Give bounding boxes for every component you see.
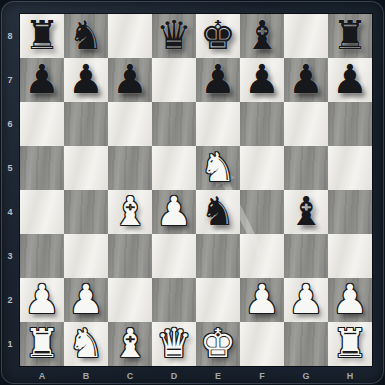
black-queen[interactable]: ♛: [156, 13, 192, 57]
square-f2[interactable]: ♟: [240, 278, 284, 322]
square-b3[interactable]: [64, 234, 108, 278]
square-b8[interactable]: ♞: [64, 14, 108, 58]
square-e4[interactable]: ♞: [196, 190, 240, 234]
square-c5[interactable]: [108, 146, 152, 190]
square-h6[interactable]: [328, 102, 372, 146]
square-e8[interactable]: ♚: [196, 14, 240, 58]
black-knight[interactable]: ♞: [68, 13, 104, 57]
white-king[interactable]: ♚: [200, 321, 236, 365]
square-a2[interactable]: ♟: [20, 278, 64, 322]
white-pawn[interactable]: ♟: [68, 277, 104, 321]
black-pawn[interactable]: ♟: [68, 57, 104, 101]
square-g8[interactable]: [284, 14, 328, 58]
black-bishop[interactable]: ♝: [288, 189, 324, 233]
black-pawn[interactable]: ♟: [288, 57, 324, 101]
rank-label-7: 7: [0, 58, 20, 102]
square-b5[interactable]: [64, 146, 108, 190]
square-h7[interactable]: ♟: [328, 58, 372, 102]
white-rook[interactable]: ♜: [24, 321, 60, 365]
square-c7[interactable]: ♟: [108, 58, 152, 102]
square-f4[interactable]: [240, 190, 284, 234]
square-h1[interactable]: ♜: [328, 322, 372, 366]
square-h5[interactable]: [328, 146, 372, 190]
black-pawn[interactable]: ♟: [112, 57, 148, 101]
square-b6[interactable]: [64, 102, 108, 146]
square-c2[interactable]: [108, 278, 152, 322]
square-c1[interactable]: ♝: [108, 322, 152, 366]
square-b4[interactable]: [64, 190, 108, 234]
square-d7[interactable]: [152, 58, 196, 102]
square-e7[interactable]: ♟: [196, 58, 240, 102]
square-e2[interactable]: [196, 278, 240, 322]
square-h4[interactable]: [328, 190, 372, 234]
file-label-g: G: [284, 366, 328, 385]
rank-label-6: 6: [0, 102, 20, 146]
black-pawn[interactable]: ♟: [200, 57, 236, 101]
square-d2[interactable]: [152, 278, 196, 322]
white-bishop[interactable]: ♝: [112, 189, 148, 233]
square-a5[interactable]: [20, 146, 64, 190]
square-g2[interactable]: ♟: [284, 278, 328, 322]
rank-label-5: 5: [0, 146, 20, 190]
black-pawn[interactable]: ♟: [332, 57, 368, 101]
rank-label-1: 1: [0, 322, 20, 366]
square-g1[interactable]: [284, 322, 328, 366]
square-d4[interactable]: ♟: [152, 190, 196, 234]
rank-label-8: 8: [0, 14, 20, 58]
square-h3[interactable]: [328, 234, 372, 278]
black-knight[interactable]: ♞: [200, 189, 236, 233]
file-label-a: A: [20, 366, 64, 385]
black-pawn[interactable]: ♟: [244, 57, 280, 101]
white-pawn[interactable]: ♟: [24, 277, 60, 321]
file-label-h: H: [328, 366, 372, 385]
black-bishop[interactable]: ♝: [244, 13, 280, 57]
black-king[interactable]: ♚: [200, 13, 236, 57]
file-label-e: E: [196, 366, 240, 385]
file-label-c: C: [108, 366, 152, 385]
square-d8[interactable]: ♛: [152, 14, 196, 58]
square-e3[interactable]: [196, 234, 240, 278]
file-label-f: F: [240, 366, 284, 385]
square-g4[interactable]: ♝: [284, 190, 328, 234]
square-a3[interactable]: [20, 234, 64, 278]
square-c8[interactable]: [108, 14, 152, 58]
file-label-b: B: [64, 366, 108, 385]
file-label-d: D: [152, 366, 196, 385]
square-a4[interactable]: [20, 190, 64, 234]
white-pawn[interactable]: ♟: [244, 277, 280, 321]
square-c3[interactable]: [108, 234, 152, 278]
square-a6[interactable]: [20, 102, 64, 146]
square-d6[interactable]: [152, 102, 196, 146]
black-rook[interactable]: ♜: [24, 13, 60, 57]
square-a8[interactable]: ♜: [20, 14, 64, 58]
square-g7[interactable]: ♟: [284, 58, 328, 102]
square-e5[interactable]: ♞: [196, 146, 240, 190]
rank-label-3: 3: [0, 234, 20, 278]
square-d5[interactable]: [152, 146, 196, 190]
square-b7[interactable]: ♟: [64, 58, 108, 102]
square-d1[interactable]: ♛: [152, 322, 196, 366]
rank-labels: 87654321: [0, 14, 20, 366]
square-g3[interactable]: [284, 234, 328, 278]
square-b1[interactable]: ♞: [64, 322, 108, 366]
square-e6[interactable]: [196, 102, 240, 146]
square-a1[interactable]: ♜: [20, 322, 64, 366]
white-pawn[interactable]: ♟: [288, 277, 324, 321]
white-rook[interactable]: ♜: [332, 321, 368, 365]
square-c4[interactable]: ♝: [108, 190, 152, 234]
square-e1[interactable]: ♚: [196, 322, 240, 366]
black-rook[interactable]: ♜: [332, 13, 368, 57]
rank-label-4: 4: [0, 190, 20, 234]
square-g5[interactable]: [284, 146, 328, 190]
square-f6[interactable]: [240, 102, 284, 146]
square-f1[interactable]: [240, 322, 284, 366]
square-f5[interactable]: [240, 146, 284, 190]
square-f8[interactable]: ♝: [240, 14, 284, 58]
square-a7[interactable]: ♟: [20, 58, 64, 102]
white-knight[interactable]: ♞: [68, 321, 104, 365]
rank-label-2: 2: [0, 278, 20, 322]
white-pawn[interactable]: ♟: [156, 189, 192, 233]
square-h2[interactable]: ♟: [328, 278, 372, 322]
square-h8[interactable]: ♜: [328, 14, 372, 58]
square-d3[interactable]: [152, 234, 196, 278]
square-b2[interactable]: ♟: [64, 278, 108, 322]
white-pawn[interactable]: ♟: [332, 277, 368, 321]
chess-app: 87654321 ♜♞♛♚♝♜♟♟♟♟♟♟♟♞♝♟♞♝♟♟♟♟♟♜♞♝♛♚♜ A…: [0, 0, 385, 385]
square-c6[interactable]: [108, 102, 152, 146]
black-pawn[interactable]: ♟: [24, 57, 60, 101]
square-f3[interactable]: [240, 234, 284, 278]
chess-board: ♜♞♛♚♝♜♟♟♟♟♟♟♟♞♝♟♞♝♟♟♟♟♟♜♞♝♛♚♜: [20, 14, 372, 366]
file-labels: ABCDEFGH: [20, 366, 372, 385]
white-bishop[interactable]: ♝: [112, 321, 148, 365]
square-g6[interactable]: [284, 102, 328, 146]
white-queen[interactable]: ♛: [156, 321, 192, 365]
white-knight[interactable]: ♞: [200, 145, 236, 189]
square-f7[interactable]: ♟: [240, 58, 284, 102]
